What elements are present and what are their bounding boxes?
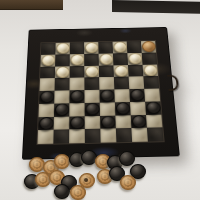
board-square-r4c4[interactable] [84, 77, 99, 90]
photo-scene [0, 0, 200, 200]
board-square-r1c1[interactable] [41, 43, 56, 55]
checker-black[interactable] [130, 89, 145, 101]
board-square-r7c2[interactable] [54, 116, 70, 130]
board-square-r6c2[interactable] [54, 103, 69, 116]
checkers-box [22, 27, 180, 160]
board-square-r5c2[interactable] [54, 90, 69, 103]
board-square-r3c5[interactable] [99, 65, 114, 77]
board-square-r4c2[interactable] [55, 78, 70, 91]
board-square-r6c5[interactable] [100, 102, 116, 115]
board-square-r5c8[interactable] [144, 89, 160, 102]
board-square-r4c5[interactable] [99, 77, 114, 90]
checker-cream[interactable] [56, 43, 70, 54]
checker-black[interactable] [70, 116, 85, 129]
board-square-r2c3[interactable] [70, 54, 85, 66]
board-square-r4c6[interactable] [114, 77, 129, 90]
board-square-r1c3[interactable] [70, 42, 84, 54]
board-square-r3c2[interactable] [55, 66, 70, 78]
board-square-r5c1[interactable] [39, 91, 54, 104]
wear-mark [84, 178, 88, 182]
board-square-r4c1[interactable] [40, 78, 55, 91]
board-square-r3c6[interactable] [113, 65, 128, 77]
board-square-r7c3[interactable] [69, 116, 85, 130]
checker-cream[interactable] [41, 55, 55, 66]
checker-black[interactable] [115, 102, 130, 115]
checker-cream[interactable] [128, 53, 142, 64]
board-square-r7c7[interactable] [131, 115, 147, 129]
checker-black[interactable] [100, 90, 114, 102]
board-square-r8c1[interactable] [38, 130, 54, 144]
background-object-left [0, 0, 63, 10]
board-square-r8c6[interactable] [116, 128, 132, 142]
board-square-r7c5[interactable] [100, 115, 116, 129]
checker-cream[interactable] [113, 42, 127, 53]
checker-black[interactable] [70, 90, 84, 102]
board-square-r3c4[interactable] [84, 65, 99, 77]
board-square-r5c7[interactable] [129, 89, 145, 102]
background-object-right [112, 0, 200, 14]
checkers-board [36, 40, 164, 145]
loose-checker-wood[interactable] [120, 175, 136, 190]
board-square-r4c7[interactable] [129, 76, 145, 89]
drawer-handle-icon [167, 75, 179, 91]
loose-checker-wood[interactable] [54, 154, 70, 169]
board-square-r7c1[interactable] [38, 116, 54, 130]
checker-cream[interactable] [55, 66, 69, 78]
board-square-r6c6[interactable] [115, 102, 131, 115]
checker-black[interactable] [54, 103, 69, 116]
board-square-r1c8[interactable] [141, 41, 156, 53]
loose-checker-wood[interactable] [70, 185, 86, 200]
board-square-r8c3[interactable] [69, 129, 85, 143]
loose-checker-black[interactable] [119, 151, 135, 166]
board-square-r3c1[interactable] [40, 66, 55, 78]
board-square-r2c1[interactable] [40, 54, 55, 66]
checker-black[interactable] [85, 103, 99, 116]
checker-black[interactable] [146, 102, 161, 115]
board-square-r6c4[interactable] [85, 102, 100, 115]
board-square-r6c8[interactable] [145, 101, 161, 114]
board-square-r2c4[interactable] [84, 54, 99, 66]
board-square-r4c8[interactable] [143, 76, 159, 89]
checker-black[interactable] [100, 116, 115, 129]
board-square-r5c4[interactable] [84, 90, 99, 103]
board-square-r8c8[interactable] [147, 128, 164, 142]
board-square-r2c8[interactable] [142, 52, 157, 64]
board-square-r1c2[interactable] [55, 43, 69, 55]
checker-cream[interactable] [70, 54, 84, 65]
board-square-r4c3[interactable] [69, 78, 84, 91]
board-square-r6c3[interactable] [69, 103, 84, 116]
board-square-r5c6[interactable] [114, 89, 130, 102]
board-square-r1c6[interactable] [113, 41, 128, 53]
board-square-r3c8[interactable] [143, 64, 159, 76]
board-square-r1c7[interactable] [127, 41, 142, 53]
board-square-r6c7[interactable] [130, 101, 146, 114]
board-square-r2c7[interactable] [127, 53, 142, 65]
board-square-r2c6[interactable] [113, 53, 128, 65]
checker-cream[interactable] [143, 64, 158, 76]
checker-black[interactable] [39, 117, 54, 130]
board-square-r6c1[interactable] [39, 103, 55, 116]
board-square-r8c7[interactable] [131, 128, 147, 142]
checker-cream[interactable] [114, 65, 128, 77]
board-square-r8c4[interactable] [85, 129, 101, 143]
board-square-r1c4[interactable] [84, 42, 98, 54]
board-square-r7c8[interactable] [146, 114, 162, 128]
loose-checker-black[interactable] [54, 184, 70, 199]
checker-cream[interactable] [99, 54, 113, 65]
board-square-r5c5[interactable] [99, 89, 114, 102]
board-square-r3c7[interactable] [128, 64, 143, 76]
board-square-r2c2[interactable] [55, 54, 70, 66]
board-square-r1c5[interactable] [98, 42, 113, 54]
board-square-r7c6[interactable] [115, 115, 131, 129]
board-square-r5c3[interactable] [69, 90, 84, 103]
checker-wood[interactable] [141, 41, 155, 52]
board-square-r8c5[interactable] [100, 129, 116, 143]
board-square-r8c2[interactable] [53, 130, 69, 144]
checker-cream[interactable] [85, 42, 99, 53]
board-square-r7c4[interactable] [85, 115, 101, 129]
board-square-r2c5[interactable] [99, 53, 114, 65]
checker-black[interactable] [131, 115, 146, 128]
board-square-r3c3[interactable] [70, 66, 85, 78]
checker-black[interactable] [40, 91, 55, 103]
checker-cream[interactable] [85, 66, 99, 78]
